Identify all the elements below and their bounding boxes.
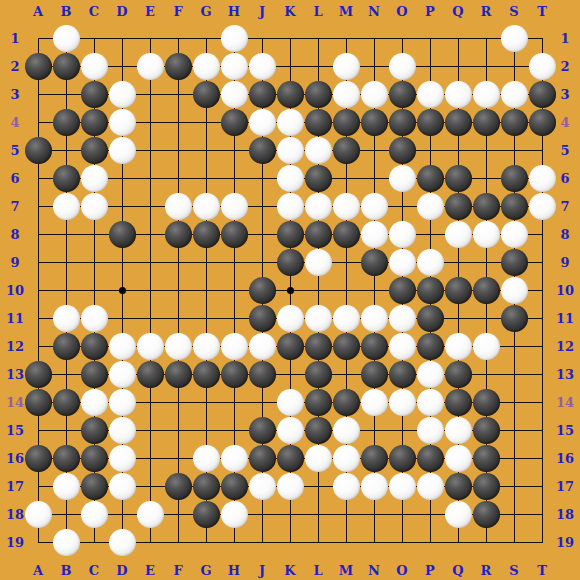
col-label-top-B: B (61, 5, 72, 18)
white-stone-O14 (389, 389, 416, 416)
black-stone-B4 (53, 109, 80, 136)
white-stone-S1 (501, 25, 528, 52)
row-label-left-11: 11 (6, 312, 24, 325)
white-stone-Q15 (445, 417, 472, 444)
black-stone-S7 (501, 193, 528, 220)
black-stone-G8 (193, 221, 220, 248)
white-stone-R12 (473, 333, 500, 360)
black-stone-G17 (193, 473, 220, 500)
row-label-right-13: 13 (556, 368, 574, 381)
black-stone-R16 (473, 445, 500, 472)
white-stone-N11 (361, 305, 388, 332)
white-stone-O6 (389, 165, 416, 192)
white-stone-B17 (53, 473, 80, 500)
white-stone-K4 (277, 109, 304, 136)
white-stone-D17 (109, 473, 136, 500)
col-label-bottom-R: R (481, 564, 492, 577)
row-label-right-10: 10 (556, 284, 574, 297)
white-stone-D19 (109, 529, 136, 556)
black-stone-Q4 (445, 109, 472, 136)
black-stone-K3 (277, 81, 304, 108)
white-stone-C11 (81, 305, 108, 332)
row-label-right-8: 8 (560, 228, 569, 241)
row-label-left-12: 12 (6, 340, 24, 353)
black-stone-Q13 (445, 361, 472, 388)
white-stone-D12 (109, 333, 136, 360)
white-stone-P9 (417, 249, 444, 276)
white-stone-K14 (277, 389, 304, 416)
white-stone-T2 (529, 53, 556, 80)
row-label-right-4: 4 (560, 116, 569, 129)
row-label-left-18: 18 (6, 508, 24, 521)
row-label-left-8: 8 (10, 228, 19, 241)
white-stone-O2 (389, 53, 416, 80)
white-stone-Q3 (445, 81, 472, 108)
white-stone-C18 (81, 501, 108, 528)
black-stone-K9 (277, 249, 304, 276)
col-label-top-O: O (396, 5, 407, 18)
white-stone-B19 (53, 529, 80, 556)
black-stone-F13 (165, 361, 192, 388)
black-stone-A2 (25, 53, 52, 80)
black-stone-L4 (305, 109, 332, 136)
white-stone-N7 (361, 193, 388, 220)
black-stone-G18 (193, 501, 220, 528)
white-stone-H18 (221, 501, 248, 528)
white-stone-Q16 (445, 445, 472, 472)
col-label-top-F: F (173, 5, 182, 18)
col-label-top-K: K (284, 5, 295, 18)
white-stone-T6 (529, 165, 556, 192)
row-label-right-14: 14 (556, 396, 574, 409)
black-stone-O5 (389, 137, 416, 164)
black-stone-J10 (249, 277, 276, 304)
white-stone-P14 (417, 389, 444, 416)
black-stone-P10 (417, 277, 444, 304)
black-stone-S4 (501, 109, 528, 136)
col-label-top-A: A (33, 5, 43, 18)
white-stone-C2 (81, 53, 108, 80)
white-stone-K11 (277, 305, 304, 332)
black-stone-C3 (81, 81, 108, 108)
black-stone-F2 (165, 53, 192, 80)
white-stone-H7 (221, 193, 248, 220)
white-stone-F12 (165, 333, 192, 360)
white-stone-H3 (221, 81, 248, 108)
col-label-bottom-O: O (396, 564, 407, 577)
white-stone-S3 (501, 81, 528, 108)
col-label-bottom-C: C (89, 564, 99, 577)
col-label-bottom-E: E (145, 564, 155, 577)
black-stone-C17 (81, 473, 108, 500)
white-stone-D14 (109, 389, 136, 416)
row-label-left-6: 6 (10, 172, 19, 185)
col-label-top-R: R (481, 5, 492, 18)
col-label-top-M: M (339, 5, 353, 18)
row-label-right-6: 6 (560, 172, 569, 185)
white-stone-D15 (109, 417, 136, 444)
black-stone-A13 (25, 361, 52, 388)
row-label-right-9: 9 (560, 256, 569, 269)
col-label-bottom-S: S (509, 564, 518, 577)
black-stone-N4 (361, 109, 388, 136)
black-stone-L12 (305, 333, 332, 360)
black-stone-Q17 (445, 473, 472, 500)
col-label-top-D: D (116, 5, 127, 18)
black-stone-G13 (193, 361, 220, 388)
black-stone-R18 (473, 501, 500, 528)
white-stone-N14 (361, 389, 388, 416)
col-label-top-T: T (537, 5, 547, 18)
col-label-bottom-N: N (368, 564, 380, 577)
black-stone-H4 (221, 109, 248, 136)
white-stone-A18 (25, 501, 52, 528)
white-stone-M11 (333, 305, 360, 332)
white-stone-L5 (305, 137, 332, 164)
black-stone-O13 (389, 361, 416, 388)
black-stone-L8 (305, 221, 332, 248)
black-stone-C12 (81, 333, 108, 360)
black-stone-Q6 (445, 165, 472, 192)
black-stone-L6 (305, 165, 332, 192)
black-stone-K16 (277, 445, 304, 472)
black-stone-P16 (417, 445, 444, 472)
white-stone-L9 (305, 249, 332, 276)
black-stone-J16 (249, 445, 276, 472)
black-stone-R15 (473, 417, 500, 444)
white-stone-D4 (109, 109, 136, 136)
black-stone-A5 (25, 137, 52, 164)
white-stone-P15 (417, 417, 444, 444)
white-stone-G12 (193, 333, 220, 360)
black-stone-Q14 (445, 389, 472, 416)
black-stone-B12 (53, 333, 80, 360)
white-stone-P7 (417, 193, 444, 220)
go-board[interactable]: AABBCCDDEEFFGGHHJJKKLLMMNNOOPPQQRRSSTT11… (0, 0, 580, 580)
black-stone-L14 (305, 389, 332, 416)
black-stone-M4 (333, 109, 360, 136)
white-stone-M2 (333, 53, 360, 80)
black-stone-M12 (333, 333, 360, 360)
white-stone-D3 (109, 81, 136, 108)
row-label-left-16: 16 (6, 452, 24, 465)
col-label-bottom-M: M (339, 564, 353, 577)
row-label-right-3: 3 (560, 88, 569, 101)
col-label-bottom-A: A (33, 564, 43, 577)
black-stone-R4 (473, 109, 500, 136)
col-label-bottom-Q: Q (452, 564, 463, 577)
col-label-top-N: N (368, 5, 380, 18)
black-stone-H8 (221, 221, 248, 248)
row-label-left-2: 2 (10, 60, 19, 73)
white-stone-M15 (333, 417, 360, 444)
black-stone-O4 (389, 109, 416, 136)
white-stone-R8 (473, 221, 500, 248)
col-label-top-Q: Q (452, 5, 463, 18)
black-stone-K12 (277, 333, 304, 360)
white-stone-D13 (109, 361, 136, 388)
row-label-left-10: 10 (6, 284, 24, 297)
col-label-bottom-J: J (259, 564, 265, 577)
black-stone-L15 (305, 417, 332, 444)
col-label-bottom-D: D (116, 564, 127, 577)
black-stone-Q7 (445, 193, 472, 220)
col-label-top-S: S (509, 5, 518, 18)
col-label-bottom-K: K (284, 564, 295, 577)
black-stone-G3 (193, 81, 220, 108)
row-label-right-15: 15 (556, 424, 574, 437)
black-stone-C16 (81, 445, 108, 472)
black-stone-N9 (361, 249, 388, 276)
col-label-bottom-B: B (61, 564, 72, 577)
row-label-left-5: 5 (10, 144, 19, 157)
white-stone-O12 (389, 333, 416, 360)
white-stone-E18 (137, 501, 164, 528)
black-stone-J3 (249, 81, 276, 108)
black-stone-J11 (249, 305, 276, 332)
white-stone-C7 (81, 193, 108, 220)
white-stone-H2 (221, 53, 248, 80)
black-stone-R14 (473, 389, 500, 416)
white-stone-J17 (249, 473, 276, 500)
black-stone-R10 (473, 277, 500, 304)
black-stone-N13 (361, 361, 388, 388)
black-stone-Q10 (445, 277, 472, 304)
white-stone-Q8 (445, 221, 472, 248)
white-stone-C6 (81, 165, 108, 192)
white-stone-Q18 (445, 501, 472, 528)
white-stone-D5 (109, 137, 136, 164)
white-stone-J2 (249, 53, 276, 80)
black-stone-N12 (361, 333, 388, 360)
black-stone-F8 (165, 221, 192, 248)
white-stone-F7 (165, 193, 192, 220)
white-stone-B1 (53, 25, 80, 52)
col-label-bottom-T: T (537, 564, 547, 577)
row-label-left-3: 3 (10, 88, 19, 101)
white-stone-H16 (221, 445, 248, 472)
black-stone-P11 (417, 305, 444, 332)
col-label-top-P: P (425, 5, 435, 18)
row-label-left-13: 13 (6, 368, 24, 381)
row-label-left-4: 4 (10, 116, 19, 129)
white-stone-E2 (137, 53, 164, 80)
white-stone-O8 (389, 221, 416, 248)
black-stone-P12 (417, 333, 444, 360)
black-stone-O3 (389, 81, 416, 108)
black-stone-P4 (417, 109, 444, 136)
black-stone-B16 (53, 445, 80, 472)
black-stone-B2 (53, 53, 80, 80)
black-stone-A16 (25, 445, 52, 472)
black-stone-K8 (277, 221, 304, 248)
black-stone-T4 (529, 109, 556, 136)
black-stone-J5 (249, 137, 276, 164)
row-label-right-16: 16 (556, 452, 574, 465)
row-label-right-7: 7 (560, 200, 569, 213)
white-stone-K7 (277, 193, 304, 220)
black-stone-L3 (305, 81, 332, 108)
white-stone-K6 (277, 165, 304, 192)
black-stone-R17 (473, 473, 500, 500)
white-stone-O17 (389, 473, 416, 500)
white-stone-E12 (137, 333, 164, 360)
black-stone-H13 (221, 361, 248, 388)
white-stone-G16 (193, 445, 220, 472)
row-label-right-18: 18 (556, 508, 574, 521)
black-stone-H17 (221, 473, 248, 500)
black-stone-A14 (25, 389, 52, 416)
white-stone-P17 (417, 473, 444, 500)
white-stone-R3 (473, 81, 500, 108)
col-label-top-H: H (228, 5, 240, 18)
row-label-right-11: 11 (556, 312, 574, 325)
white-stone-L16 (305, 445, 332, 472)
row-label-left-19: 19 (6, 536, 24, 549)
row-label-right-2: 2 (560, 60, 569, 73)
white-stone-N3 (361, 81, 388, 108)
black-stone-F17 (165, 473, 192, 500)
white-stone-N17 (361, 473, 388, 500)
white-stone-K17 (277, 473, 304, 500)
white-stone-G2 (193, 53, 220, 80)
white-stone-K5 (277, 137, 304, 164)
black-stone-R7 (473, 193, 500, 220)
col-label-bottom-P: P (425, 564, 435, 577)
col-label-top-E: E (145, 5, 155, 18)
white-stone-S10 (501, 277, 528, 304)
row-label-left-17: 17 (6, 480, 24, 493)
white-stone-L7 (305, 193, 332, 220)
white-stone-N8 (361, 221, 388, 248)
row-label-left-1: 1 (10, 32, 19, 45)
row-label-right-5: 5 (560, 144, 569, 157)
black-stone-J15 (249, 417, 276, 444)
star-point-D10 (119, 287, 126, 294)
black-stone-C5 (81, 137, 108, 164)
row-label-left-7: 7 (10, 200, 19, 213)
col-label-top-C: C (89, 5, 99, 18)
white-stone-K15 (277, 417, 304, 444)
row-label-left-9: 9 (10, 256, 19, 269)
white-stone-M17 (333, 473, 360, 500)
white-stone-B7 (53, 193, 80, 220)
row-label-left-14: 14 (6, 396, 24, 409)
black-stone-S11 (501, 305, 528, 332)
row-label-right-17: 17 (556, 480, 574, 493)
white-stone-P3 (417, 81, 444, 108)
black-stone-L13 (305, 361, 332, 388)
star-point-K10 (287, 287, 294, 294)
white-stone-B11 (53, 305, 80, 332)
white-stone-H12 (221, 333, 248, 360)
col-label-top-L: L (313, 5, 322, 18)
black-stone-M14 (333, 389, 360, 416)
white-stone-S8 (501, 221, 528, 248)
col-label-bottom-H: H (228, 564, 240, 577)
white-stone-C14 (81, 389, 108, 416)
row-label-right-12: 12 (556, 340, 574, 353)
black-stone-O10 (389, 277, 416, 304)
black-stone-D8 (109, 221, 136, 248)
black-stone-C4 (81, 109, 108, 136)
black-stone-N16 (361, 445, 388, 472)
black-stone-J13 (249, 361, 276, 388)
black-stone-O16 (389, 445, 416, 472)
white-stone-Q12 (445, 333, 472, 360)
white-stone-J12 (249, 333, 276, 360)
black-stone-B14 (53, 389, 80, 416)
black-stone-E13 (137, 361, 164, 388)
white-stone-M7 (333, 193, 360, 220)
white-stone-M3 (333, 81, 360, 108)
white-stone-M16 (333, 445, 360, 472)
white-stone-L11 (305, 305, 332, 332)
row-label-left-15: 15 (6, 424, 24, 437)
row-label-right-19: 19 (556, 536, 574, 549)
white-stone-H1 (221, 25, 248, 52)
col-label-bottom-L: L (313, 564, 322, 577)
row-label-right-1: 1 (560, 32, 569, 45)
black-stone-T3 (529, 81, 556, 108)
white-stone-O9 (389, 249, 416, 276)
white-stone-O11 (389, 305, 416, 332)
white-stone-D16 (109, 445, 136, 472)
col-label-top-G: G (200, 5, 211, 18)
black-stone-P6 (417, 165, 444, 192)
black-stone-M8 (333, 221, 360, 248)
white-stone-P13 (417, 361, 444, 388)
white-stone-G7 (193, 193, 220, 220)
col-label-top-J: J (259, 5, 265, 18)
white-stone-T7 (529, 193, 556, 220)
col-label-bottom-G: G (200, 564, 211, 577)
black-stone-B6 (53, 165, 80, 192)
white-stone-J4 (249, 109, 276, 136)
black-stone-C13 (81, 361, 108, 388)
black-stone-S9 (501, 249, 528, 276)
black-stone-C15 (81, 417, 108, 444)
black-stone-M5 (333, 137, 360, 164)
black-stone-S6 (501, 165, 528, 192)
col-label-bottom-F: F (173, 564, 182, 577)
